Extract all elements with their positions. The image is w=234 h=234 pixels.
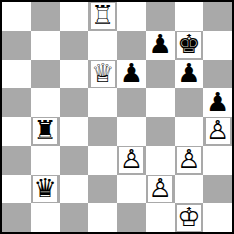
square-f7[interactable]: ♟ [146,31,175,60]
square-e2[interactable] [117,175,146,204]
black-pawn: ♟ [148,32,172,58]
white-pawn: ♟♙ [119,147,143,173]
square-a1[interactable] [2,203,31,232]
square-c1[interactable] [60,203,89,232]
black-rook: ♜ [33,118,57,144]
square-e4[interactable] [117,117,146,146]
square-a5[interactable] [2,88,31,117]
white-queen: ♛♕ [91,61,115,87]
square-e5[interactable] [117,88,146,117]
square-b4[interactable]: ♜ [31,117,60,146]
square-d1[interactable] [88,203,117,232]
square-e8[interactable] [117,2,146,31]
square-g5[interactable] [175,88,204,117]
square-c3[interactable] [60,146,89,175]
chess-board: ♜♖♟♚♛♕♟♟♟♜♟♙♟♙♟♙♛♟♙♚♔ [0,0,234,234]
square-h2[interactable] [203,175,232,204]
square-h8[interactable] [203,2,232,31]
square-g8[interactable] [175,2,204,31]
square-a3[interactable] [2,146,31,175]
white-pawn: ♟♙ [206,118,230,144]
square-c7[interactable] [60,31,89,60]
square-a7[interactable] [2,31,31,60]
square-c5[interactable] [60,88,89,117]
square-e1[interactable] [117,203,146,232]
square-b2[interactable]: ♛ [31,175,60,204]
square-a4[interactable] [2,117,31,146]
black-pawn: ♟ [206,90,230,116]
square-g6[interactable]: ♟ [175,60,204,89]
square-f1[interactable] [146,203,175,232]
square-c2[interactable] [60,175,89,204]
square-d4[interactable] [88,117,117,146]
square-c6[interactable] [60,60,89,89]
square-d7[interactable] [88,31,117,60]
square-c4[interactable] [60,117,89,146]
square-h1[interactable] [203,203,232,232]
square-b3[interactable] [31,146,60,175]
square-f8[interactable] [146,2,175,31]
square-h3[interactable] [203,146,232,175]
square-d3[interactable] [88,146,117,175]
white-pawn: ♟♙ [177,147,201,173]
black-king: ♚ [177,32,201,58]
square-b1[interactable] [31,203,60,232]
square-g3[interactable]: ♟♙ [175,146,204,175]
square-g1[interactable]: ♚♔ [175,203,204,232]
square-f5[interactable] [146,88,175,117]
square-e3[interactable]: ♟♙ [117,146,146,175]
square-f3[interactable] [146,146,175,175]
black-queen: ♛ [33,176,57,202]
square-b8[interactable] [31,2,60,31]
white-rook: ♜♖ [91,3,115,29]
square-a8[interactable] [2,2,31,31]
square-h4[interactable]: ♟♙ [203,117,232,146]
square-f6[interactable] [146,60,175,89]
square-g2[interactable] [175,175,204,204]
square-f4[interactable] [146,117,175,146]
square-h7[interactable] [203,31,232,60]
square-b7[interactable] [31,31,60,60]
square-e7[interactable] [117,31,146,60]
white-pawn: ♟♙ [148,176,172,202]
black-pawn: ♟ [177,61,201,87]
square-a2[interactable] [2,175,31,204]
square-h5[interactable]: ♟ [203,88,232,117]
square-g7[interactable]: ♚ [175,31,204,60]
square-a6[interactable] [2,60,31,89]
square-h6[interactable] [203,60,232,89]
square-d6[interactable]: ♛♕ [88,60,117,89]
square-c8[interactable] [60,2,89,31]
square-b5[interactable] [31,88,60,117]
square-f2[interactable]: ♟♙ [146,175,175,204]
black-pawn: ♟ [119,61,143,87]
square-d8[interactable]: ♜♖ [88,2,117,31]
square-g4[interactable] [175,117,204,146]
square-d5[interactable] [88,88,117,117]
square-e6[interactable]: ♟ [117,60,146,89]
square-b6[interactable] [31,60,60,89]
square-d2[interactable] [88,175,117,204]
white-king: ♚♔ [177,205,201,231]
